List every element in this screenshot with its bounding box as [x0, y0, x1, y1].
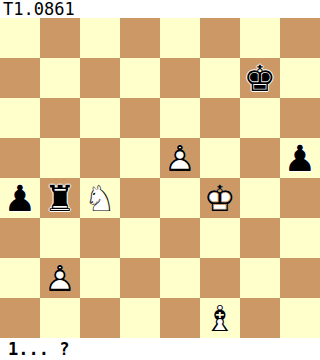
square-g7[interactable]: ♚ [240, 58, 280, 98]
square-g2[interactable] [240, 258, 280, 298]
square-c2[interactable] [80, 258, 120, 298]
square-f2[interactable] [200, 258, 240, 298]
square-a5[interactable] [0, 138, 40, 178]
black-pawn-piece: ♟ [280, 138, 320, 178]
square-a7[interactable] [0, 58, 40, 98]
square-g3[interactable] [240, 218, 280, 258]
black-king-piece: ♚ [240, 58, 280, 98]
square-a1[interactable] [0, 298, 40, 338]
square-c5[interactable] [80, 138, 120, 178]
chess-app-window: T1.0861 ♚♟♙♟♟♜♞♘♚♔♟♙♝♗ 1... ? [0, 0, 320, 360]
square-h6[interactable] [280, 98, 320, 138]
square-c3[interactable] [80, 218, 120, 258]
square-h7[interactable] [280, 58, 320, 98]
square-d8[interactable] [120, 18, 160, 58]
square-b4[interactable]: ♜ [40, 178, 80, 218]
square-c1[interactable] [80, 298, 120, 338]
square-e6[interactable] [160, 98, 200, 138]
white-pawn-piece: ♙ [40, 258, 80, 298]
white-king-piece-fill: ♚ [200, 178, 240, 218]
square-e1[interactable] [160, 298, 200, 338]
white-bishop-piece-fill: ♝ [200, 298, 240, 338]
square-h1[interactable] [280, 298, 320, 338]
square-b2[interactable]: ♟♙ [40, 258, 80, 298]
white-pawn-piece-fill: ♟ [40, 258, 80, 298]
square-c8[interactable] [80, 18, 120, 58]
title-bar: T1.0861 [0, 0, 320, 18]
white-king-piece: ♔ [200, 178, 240, 218]
square-b6[interactable] [40, 98, 80, 138]
square-e5[interactable]: ♟♙ [160, 138, 200, 178]
square-e2[interactable] [160, 258, 200, 298]
square-f6[interactable] [200, 98, 240, 138]
white-pawn-piece-fill: ♟ [160, 138, 200, 178]
white-knight-piece: ♘ [80, 178, 120, 218]
square-a6[interactable] [0, 98, 40, 138]
square-d2[interactable] [120, 258, 160, 298]
square-b1[interactable] [40, 298, 80, 338]
square-c6[interactable] [80, 98, 120, 138]
square-e7[interactable] [160, 58, 200, 98]
square-g5[interactable] [240, 138, 280, 178]
black-pawn-piece: ♟ [0, 178, 40, 218]
square-g4[interactable] [240, 178, 280, 218]
square-f4[interactable]: ♚♔ [200, 178, 240, 218]
move-prompt: 1... ? [8, 338, 69, 360]
square-f1[interactable]: ♝♗ [200, 298, 240, 338]
square-b7[interactable] [40, 58, 80, 98]
square-a8[interactable] [0, 18, 40, 58]
square-d7[interactable] [120, 58, 160, 98]
white-bishop-piece: ♗ [200, 298, 240, 338]
prompt-bar: 1... ? [0, 338, 320, 360]
square-b3[interactable] [40, 218, 80, 258]
square-d3[interactable] [120, 218, 160, 258]
puzzle-id: T1.0861 [3, 0, 75, 18]
square-a4[interactable]: ♟ [0, 178, 40, 218]
square-e8[interactable] [160, 18, 200, 58]
square-g8[interactable] [240, 18, 280, 58]
square-b8[interactable] [40, 18, 80, 58]
square-h8[interactable] [280, 18, 320, 58]
square-g1[interactable] [240, 298, 280, 338]
white-pawn-piece: ♙ [160, 138, 200, 178]
square-h2[interactable] [280, 258, 320, 298]
black-rook-piece: ♜ [40, 178, 80, 218]
square-c4[interactable]: ♞♘ [80, 178, 120, 218]
square-d6[interactable] [120, 98, 160, 138]
square-f7[interactable] [200, 58, 240, 98]
square-f3[interactable] [200, 218, 240, 258]
square-e4[interactable] [160, 178, 200, 218]
square-d5[interactable] [120, 138, 160, 178]
square-b5[interactable] [40, 138, 80, 178]
square-c7[interactable] [80, 58, 120, 98]
square-h4[interactable] [280, 178, 320, 218]
square-h3[interactable] [280, 218, 320, 258]
square-e3[interactable] [160, 218, 200, 258]
square-f5[interactable] [200, 138, 240, 178]
white-knight-piece-fill: ♞ [80, 178, 120, 218]
chess-board: ♚♟♙♟♟♜♞♘♚♔♟♙♝♗ [0, 18, 320, 338]
square-d1[interactable] [120, 298, 160, 338]
square-h5[interactable]: ♟ [280, 138, 320, 178]
square-f8[interactable] [200, 18, 240, 58]
square-d4[interactable] [120, 178, 160, 218]
square-a2[interactable] [0, 258, 40, 298]
square-a3[interactable] [0, 218, 40, 258]
square-g6[interactable] [240, 98, 280, 138]
